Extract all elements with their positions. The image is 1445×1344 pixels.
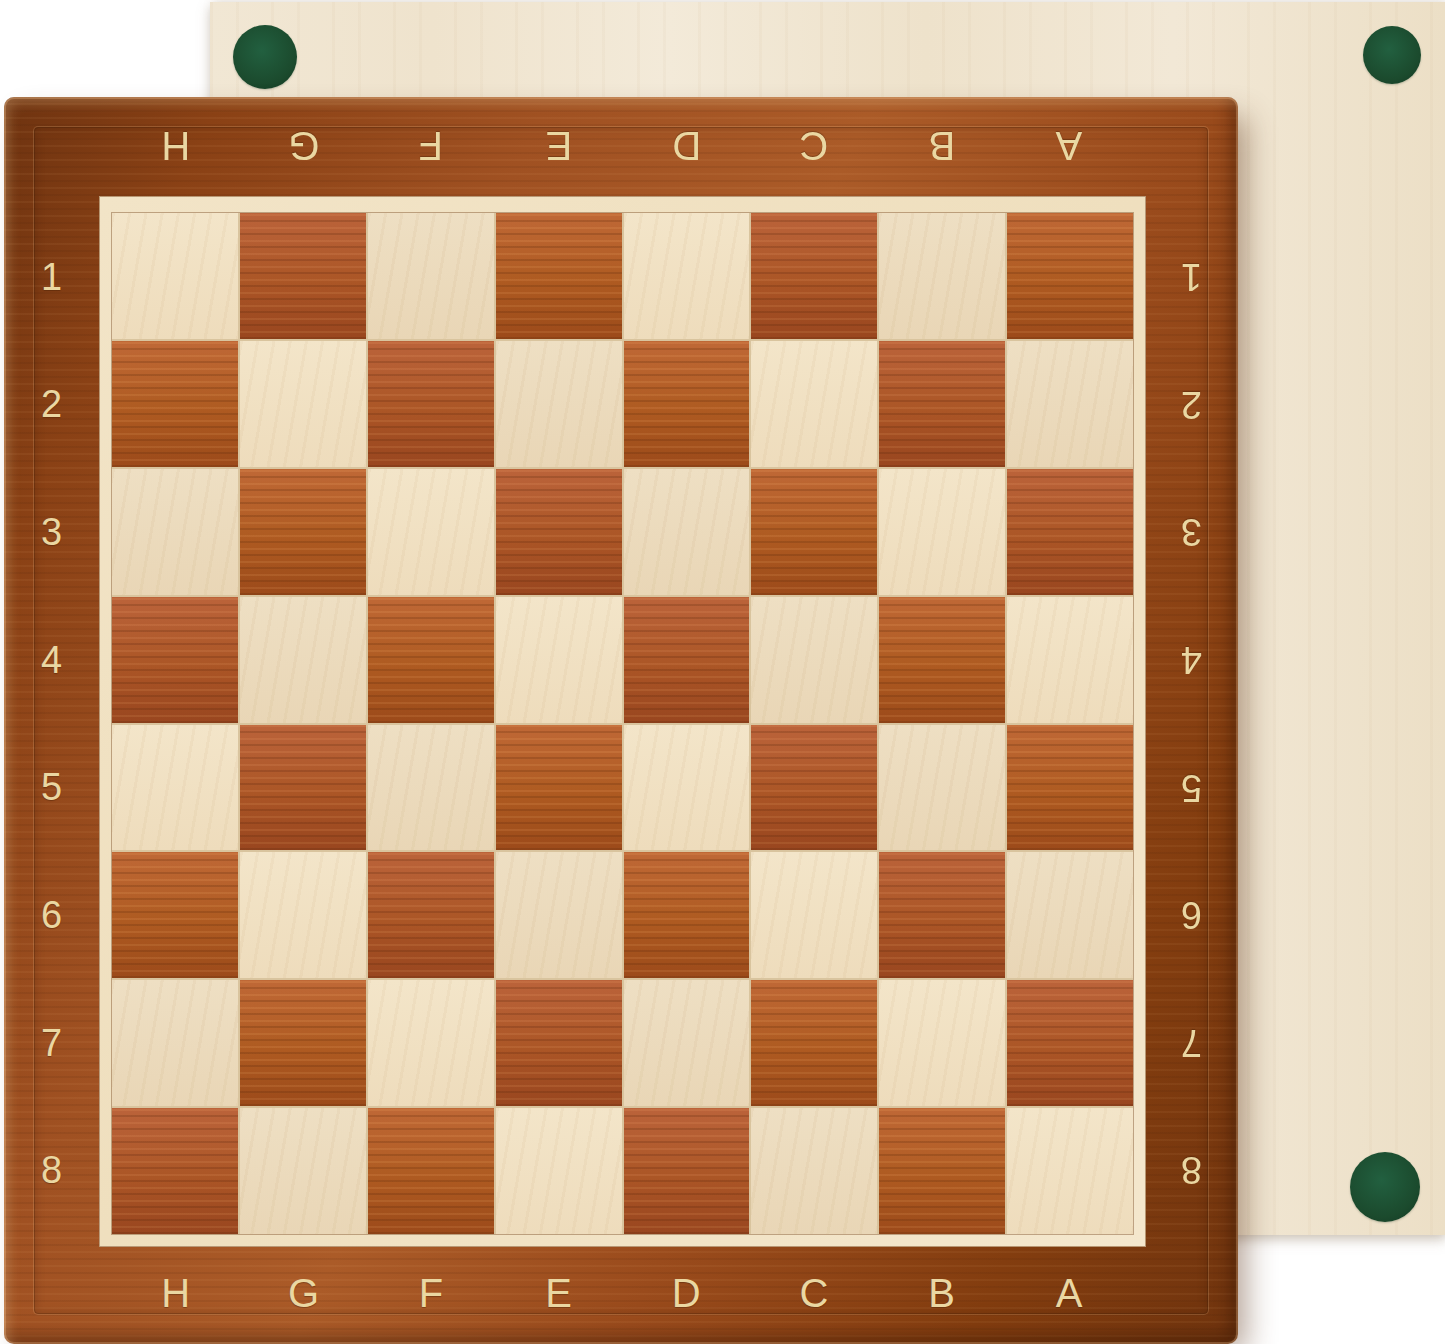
- square-c8: [751, 1108, 877, 1234]
- square-a4: [1007, 597, 1133, 723]
- file-label-bottom-c: C: [750, 1247, 878, 1339]
- square-g6: [240, 852, 366, 978]
- square-e3: [496, 469, 622, 595]
- square-f8: [368, 1108, 494, 1234]
- square-c3: [751, 469, 877, 595]
- rank-label-right-6: 6: [1145, 851, 1238, 979]
- file-labels-bottom: HGFEDCBA: [112, 1247, 1133, 1339]
- rank-label-right-8: 8: [1145, 1106, 1238, 1234]
- square-f7: [368, 980, 494, 1106]
- square-h4: [112, 597, 238, 723]
- file-label-top-g: G: [240, 97, 368, 196]
- square-f6: [368, 852, 494, 978]
- square-g2: [240, 341, 366, 467]
- square-a2: [1007, 341, 1133, 467]
- felt-dot-bottom-right: [1350, 1152, 1420, 1222]
- rank-label-right-5: 5: [1145, 724, 1238, 852]
- file-label-top-c: C: [750, 97, 878, 196]
- square-f2: [368, 341, 494, 467]
- rank-labels-right: 12345678: [1145, 213, 1238, 1234]
- file-label-bottom-a: A: [1005, 1247, 1133, 1339]
- square-h5: [112, 725, 238, 851]
- square-e4: [496, 597, 622, 723]
- square-f4: [368, 597, 494, 723]
- square-c7: [751, 980, 877, 1106]
- square-h3: [112, 469, 238, 595]
- playing-area: [112, 213, 1133, 1234]
- square-c1: [751, 213, 877, 339]
- square-g8: [240, 1108, 366, 1234]
- file-label-top-f: F: [367, 97, 495, 196]
- square-d6: [624, 852, 750, 978]
- rank-label-left-8: 8: [4, 1106, 99, 1234]
- square-a5: [1007, 725, 1133, 851]
- square-b8: [879, 1108, 1005, 1234]
- file-label-top-d: D: [623, 97, 751, 196]
- square-h1: [112, 213, 238, 339]
- square-a3: [1007, 469, 1133, 595]
- square-a1: [1007, 213, 1133, 339]
- square-c5: [751, 725, 877, 851]
- file-labels-top: HGFEDCBA: [112, 97, 1133, 196]
- felt-dot-top-left: [233, 25, 297, 89]
- file-label-bottom-b: B: [878, 1247, 1006, 1339]
- file-label-top-h: H: [112, 97, 240, 196]
- square-g3: [240, 469, 366, 595]
- square-h8: [112, 1108, 238, 1234]
- rank-label-left-4: 4: [4, 596, 99, 724]
- felt-dot-top-right: [1363, 26, 1421, 84]
- file-label-top-a: A: [1005, 97, 1133, 196]
- file-label-bottom-h: H: [112, 1247, 240, 1339]
- rank-labels-left: 12345678: [4, 213, 99, 1234]
- rank-label-left-6: 6: [4, 851, 99, 979]
- rank-label-right-4: 4: [1145, 596, 1238, 724]
- square-e2: [496, 341, 622, 467]
- square-d5: [624, 725, 750, 851]
- file-label-bottom-f: F: [367, 1247, 495, 1339]
- square-b7: [879, 980, 1005, 1106]
- rank-label-left-2: 2: [4, 341, 99, 469]
- square-e6: [496, 852, 622, 978]
- square-c4: [751, 597, 877, 723]
- file-label-top-e: E: [495, 97, 623, 196]
- square-g4: [240, 597, 366, 723]
- square-b5: [879, 725, 1005, 851]
- square-f3: [368, 469, 494, 595]
- square-e7: [496, 980, 622, 1106]
- rank-label-right-3: 3: [1145, 468, 1238, 596]
- square-b4: [879, 597, 1005, 723]
- square-d3: [624, 469, 750, 595]
- file-label-top-b: B: [878, 97, 1006, 196]
- square-f1: [368, 213, 494, 339]
- square-a7: [1007, 980, 1133, 1106]
- square-c6: [751, 852, 877, 978]
- square-h6: [112, 852, 238, 978]
- square-d4: [624, 597, 750, 723]
- square-g1: [240, 213, 366, 339]
- square-b1: [879, 213, 1005, 339]
- square-h2: [112, 341, 238, 467]
- square-a8: [1007, 1108, 1133, 1234]
- square-d1: [624, 213, 750, 339]
- square-g7: [240, 980, 366, 1106]
- square-b3: [879, 469, 1005, 595]
- rank-label-right-2: 2: [1145, 341, 1238, 469]
- file-label-bottom-e: E: [495, 1247, 623, 1339]
- square-e1: [496, 213, 622, 339]
- rank-label-left-1: 1: [4, 213, 99, 341]
- square-g5: [240, 725, 366, 851]
- square-h7: [112, 980, 238, 1106]
- square-d2: [624, 341, 750, 467]
- square-a6: [1007, 852, 1133, 978]
- square-e8: [496, 1108, 622, 1234]
- square-b6: [879, 852, 1005, 978]
- square-d7: [624, 980, 750, 1106]
- rank-label-left-3: 3: [4, 468, 99, 596]
- square-d8: [624, 1108, 750, 1234]
- square-c2: [751, 341, 877, 467]
- rank-label-left-5: 5: [4, 724, 99, 852]
- chess-board: HGFEDCBA 12345678 12345678 HGFEDCBA: [4, 97, 1238, 1344]
- rank-label-right-7: 7: [1145, 979, 1238, 1107]
- square-f5: [368, 725, 494, 851]
- rank-label-left-7: 7: [4, 979, 99, 1107]
- page: { "game": "chess", "description": "Empty…: [0, 0, 1445, 1344]
- square-e5: [496, 725, 622, 851]
- square-b2: [879, 341, 1005, 467]
- rank-label-right-1: 1: [1145, 213, 1238, 341]
- file-label-bottom-d: D: [623, 1247, 751, 1339]
- file-label-bottom-g: G: [240, 1247, 368, 1339]
